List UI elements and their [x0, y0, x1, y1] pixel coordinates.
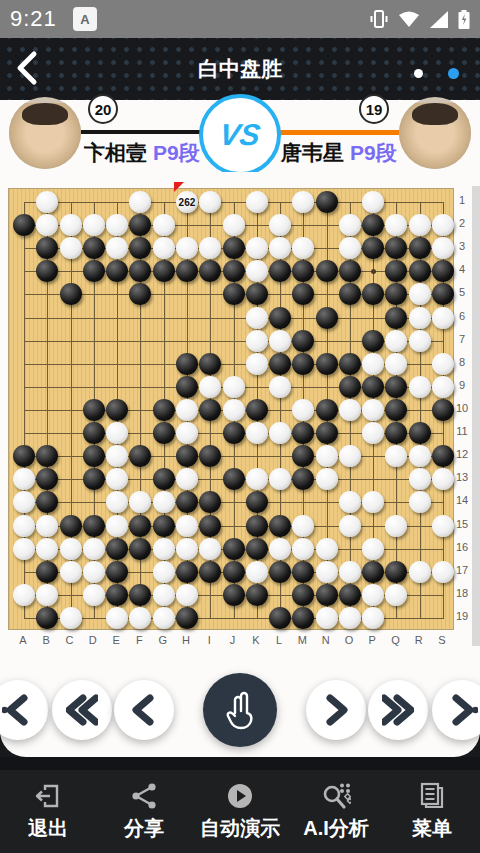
white-stone	[153, 538, 175, 560]
black-stone	[362, 330, 384, 352]
toolbar-item-5[interactable]: 菜单	[384, 781, 480, 842]
white-stone	[83, 584, 105, 606]
black-stone	[153, 399, 175, 421]
row-label: 13	[453, 471, 471, 483]
white-stone	[385, 353, 407, 375]
column-label: A	[13, 634, 33, 646]
black-stone	[432, 260, 454, 282]
black-stone	[385, 260, 407, 282]
left-name-text: 卞相壹	[84, 141, 147, 164]
toolbar-item-1[interactable]: 退出	[0, 781, 96, 842]
white-stone	[246, 561, 268, 583]
page-indicator-dot-2[interactable]	[448, 68, 459, 79]
white-stone	[106, 607, 128, 629]
black-stone	[106, 538, 128, 560]
white-stone	[409, 491, 431, 513]
fast-backward-button[interactable]	[52, 680, 112, 740]
white-stone	[246, 422, 268, 444]
white-stone	[409, 214, 431, 236]
black-stone	[339, 376, 361, 398]
toolbar-label: 分享	[124, 815, 164, 842]
white-stone	[176, 515, 198, 537]
black-stone	[176, 353, 198, 375]
white-stone	[269, 214, 291, 236]
black-stone	[292, 422, 314, 444]
white-stone	[316, 445, 338, 467]
scrollbar-track[interactable]	[472, 186, 480, 646]
white-stone	[153, 491, 175, 513]
white-stone	[269, 237, 291, 259]
column-label: I	[199, 634, 219, 646]
black-stone	[223, 422, 245, 444]
white-stone	[199, 538, 221, 560]
white-stone	[362, 399, 384, 421]
white-stone	[60, 214, 82, 236]
right-player-color-bar	[276, 130, 402, 135]
white-stone	[60, 538, 82, 560]
black-stone	[339, 584, 361, 606]
white-stone	[153, 214, 175, 236]
white-stone	[385, 515, 407, 537]
black-stone	[36, 468, 58, 490]
column-label: H	[176, 634, 196, 646]
left-player-name: 卞相壹P9段	[84, 139, 200, 167]
vibrate-icon	[369, 10, 389, 28]
white-stone	[246, 307, 268, 329]
right-player-rank: P9段	[350, 141, 397, 164]
page-indicator-dot-1[interactable]	[414, 69, 423, 78]
white-stone	[223, 399, 245, 421]
white-stone	[176, 237, 198, 259]
black-stone	[60, 283, 82, 305]
white-stone	[292, 191, 314, 213]
clock: 9:21	[10, 6, 57, 32]
autoplay-icon	[225, 781, 255, 811]
black-stone	[199, 399, 221, 421]
left-player-rank: P9段	[153, 141, 200, 164]
white-stone	[292, 399, 314, 421]
column-label: N	[316, 634, 336, 646]
black-stone	[176, 561, 198, 583]
status-icons	[369, 10, 470, 29]
black-stone	[269, 260, 291, 282]
black-stone	[362, 376, 384, 398]
step-backward-icon	[128, 693, 160, 727]
black-stone	[409, 422, 431, 444]
black-stone	[409, 260, 431, 282]
black-stone	[106, 260, 128, 282]
black-stone	[223, 538, 245, 560]
column-label: D	[83, 634, 103, 646]
black-stone	[385, 237, 407, 259]
row-label: 9	[453, 379, 471, 391]
step-forward-button[interactable]	[306, 680, 366, 740]
white-stone	[36, 538, 58, 560]
last-move-number: 262	[179, 197, 196, 208]
white-stone	[269, 422, 291, 444]
white-stone	[316, 538, 338, 560]
white-stone	[176, 399, 198, 421]
black-stone	[223, 283, 245, 305]
column-label: L	[269, 634, 289, 646]
black-stone	[223, 260, 245, 282]
white-stone	[269, 468, 291, 490]
column-label: R	[409, 634, 429, 646]
white-stone	[106, 422, 128, 444]
black-stone	[362, 237, 384, 259]
column-label: J	[223, 634, 243, 646]
black-stone	[176, 491, 198, 513]
white-stone	[385, 445, 407, 467]
go-board-zone[interactable]: 262 ABCDEFGHIJKLMNOPQRS12345678910111213…	[0, 172, 480, 664]
white-stone	[316, 468, 338, 490]
fast-forward-button[interactable]	[368, 680, 428, 740]
input-method-badge: A	[73, 7, 97, 31]
column-label: F	[129, 634, 149, 646]
white-stone	[83, 538, 105, 560]
black-stone	[129, 538, 151, 560]
white-stone	[106, 515, 128, 537]
white-stone	[385, 330, 407, 352]
black-stone	[385, 561, 407, 583]
black-stone	[339, 283, 361, 305]
white-stone	[362, 422, 384, 444]
app-screen: 9:21 A 白中盘胜 20 19 卞相	[0, 0, 480, 853]
black-stone	[292, 353, 314, 375]
right-player-name: 唐韦星P9段	[281, 139, 397, 167]
black-stone	[432, 445, 454, 467]
status-bar: 9:21 A	[0, 0, 480, 38]
row-label: 7	[453, 333, 471, 345]
hand-play-button[interactable]	[203, 673, 277, 747]
column-label: P	[362, 634, 382, 646]
white-stone	[246, 468, 268, 490]
white-stone	[83, 214, 105, 236]
black-stone	[432, 283, 454, 305]
white-stone	[362, 607, 384, 629]
black-stone	[362, 214, 384, 236]
white-stone	[36, 584, 58, 606]
black-stone	[13, 214, 35, 236]
column-label: Q	[385, 634, 405, 646]
ai-analysis-icon	[321, 781, 351, 811]
black-stone	[199, 515, 221, 537]
white-stone	[246, 330, 268, 352]
white-stone	[269, 538, 291, 560]
white-stone	[246, 191, 268, 213]
white-stone	[269, 376, 291, 398]
share-icon	[129, 781, 159, 811]
white-stone	[106, 468, 128, 490]
left-capture-count-badge: 20	[88, 94, 118, 124]
white-stone	[36, 515, 58, 537]
toolbar-item-3[interactable]: 自动演示	[192, 781, 288, 842]
white-stone	[106, 237, 128, 259]
bottom-gap	[0, 757, 480, 770]
black-stone	[292, 561, 314, 583]
black-stone	[83, 237, 105, 259]
go-board[interactable]: 262	[8, 188, 454, 630]
black-stone	[83, 399, 105, 421]
menu-icon	[417, 781, 447, 811]
white-stone	[292, 515, 314, 537]
column-label: O	[339, 634, 359, 646]
white-stone	[432, 214, 454, 236]
white-stone	[292, 538, 314, 560]
replay-controls	[0, 664, 480, 757]
white-stone	[409, 376, 431, 398]
black-stone	[269, 607, 291, 629]
white-stone	[432, 307, 454, 329]
black-stone	[316, 260, 338, 282]
white-stone	[432, 353, 454, 375]
black-stone	[83, 468, 105, 490]
white-stone	[339, 607, 361, 629]
row-label: 17	[453, 564, 471, 576]
black-stone	[199, 445, 221, 467]
white-stone	[362, 353, 384, 375]
column-label: S	[432, 634, 452, 646]
wifi-icon	[398, 11, 420, 28]
white-stone	[223, 214, 245, 236]
white-stone	[176, 584, 198, 606]
black-stone	[385, 283, 407, 305]
black-stone	[199, 353, 221, 375]
white-stone	[13, 584, 35, 606]
black-stone	[269, 515, 291, 537]
white-stone	[153, 607, 175, 629]
white-stone	[292, 237, 314, 259]
white-stone	[223, 376, 245, 398]
black-stone	[385, 376, 407, 398]
white-stone	[199, 376, 221, 398]
black-stone	[106, 584, 128, 606]
row-label: 19	[453, 610, 471, 622]
white-stone	[432, 561, 454, 583]
black-stone	[292, 468, 314, 490]
black-stone	[292, 260, 314, 282]
go-last-button[interactable]	[432, 680, 480, 740]
black-stone	[36, 491, 58, 513]
black-stone	[129, 445, 151, 467]
white-stone	[36, 214, 58, 236]
vs-badge: VS	[199, 94, 281, 176]
white-stone	[362, 538, 384, 560]
black-stone	[269, 307, 291, 329]
signal-icon	[429, 11, 449, 28]
black-stone	[129, 584, 151, 606]
white-stone	[153, 561, 175, 583]
black-stone	[223, 237, 245, 259]
black-stone	[36, 445, 58, 467]
black-stone	[292, 607, 314, 629]
black-stone	[246, 491, 268, 513]
row-label: 5	[453, 286, 471, 298]
toolbar-label: 菜单	[412, 815, 452, 842]
white-stone	[409, 283, 431, 305]
white-stone	[106, 214, 128, 236]
black-stone	[246, 399, 268, 421]
go-last-icon	[446, 693, 478, 727]
black-stone	[316, 191, 338, 213]
fast-forward-icon	[382, 693, 414, 727]
black-stone	[246, 515, 268, 537]
black-stone	[246, 283, 268, 305]
black-stone	[246, 538, 268, 560]
black-stone	[246, 584, 268, 606]
black-stone	[223, 561, 245, 583]
black-stone	[106, 399, 128, 421]
white-stone	[409, 330, 431, 352]
white-stone	[129, 191, 151, 213]
black-stone	[83, 445, 105, 467]
white-stone	[432, 468, 454, 490]
go-first-button[interactable]	[0, 680, 48, 740]
black-stone	[223, 584, 245, 606]
black-stone	[60, 515, 82, 537]
toolbar-label: 自动演示	[200, 815, 280, 842]
white-stone	[316, 607, 338, 629]
row-label: 18	[453, 587, 471, 599]
row-label: 4	[453, 263, 471, 275]
white-stone	[199, 237, 221, 259]
hand-play-icon	[222, 690, 258, 730]
right-avatar-photo	[399, 103, 471, 169]
white-stone	[339, 214, 361, 236]
black-stone	[339, 260, 361, 282]
black-stone	[432, 399, 454, 421]
column-label: B	[36, 634, 56, 646]
white-stone	[176, 468, 198, 490]
column-label: G	[153, 634, 173, 646]
black-stone	[153, 468, 175, 490]
white-stone	[13, 491, 35, 513]
row-label: 15	[453, 518, 471, 530]
battery-icon	[458, 10, 470, 29]
black-stone	[129, 283, 151, 305]
right-player-avatar[interactable]	[399, 97, 471, 169]
step-forward-icon	[320, 693, 352, 727]
white-stone	[36, 191, 58, 213]
black-stone	[292, 445, 314, 467]
column-label: C	[60, 634, 80, 646]
toolbar-item-4[interactable]: A.I分析	[288, 781, 384, 842]
white-stone: 262	[176, 191, 198, 213]
row-label: 16	[453, 541, 471, 553]
fast-backward-icon	[66, 693, 98, 727]
white-stone	[339, 445, 361, 467]
white-stone	[362, 584, 384, 606]
black-stone	[176, 376, 198, 398]
black-stone	[339, 353, 361, 375]
white-stone	[83, 561, 105, 583]
black-stone	[36, 260, 58, 282]
white-stone	[60, 607, 82, 629]
exit-icon	[33, 781, 63, 811]
black-stone	[176, 260, 198, 282]
white-stone	[362, 491, 384, 513]
black-stone	[385, 422, 407, 444]
black-stone	[362, 283, 384, 305]
row-label: 8	[453, 356, 471, 368]
black-stone	[153, 515, 175, 537]
vs-label: VS	[218, 118, 263, 152]
black-stone	[129, 237, 151, 259]
white-stone	[246, 237, 268, 259]
black-stone	[385, 399, 407, 421]
toolbar-label: A.I分析	[303, 815, 369, 842]
right-capture-count-badge: 19	[359, 94, 389, 124]
white-stone	[385, 584, 407, 606]
step-backward-button[interactable]	[114, 680, 174, 740]
row-label: 3	[453, 240, 471, 252]
white-stone	[432, 376, 454, 398]
black-stone	[223, 468, 245, 490]
white-stone	[176, 538, 198, 560]
star-point	[371, 269, 376, 274]
column-label: E	[106, 634, 126, 646]
row-label: 1	[453, 194, 471, 206]
black-stone	[129, 214, 151, 236]
white-stone	[432, 515, 454, 537]
white-stone	[409, 561, 431, 583]
white-stone	[246, 260, 268, 282]
black-stone	[292, 283, 314, 305]
bottom-toolbar: 退出 分享 自动演示 A.I分析 菜单	[0, 770, 480, 853]
toolbar-item-2[interactable]: 分享	[96, 781, 192, 842]
toolbar-label: 退出	[28, 815, 68, 842]
white-stone	[60, 237, 82, 259]
black-stone	[292, 584, 314, 606]
white-stone	[153, 584, 175, 606]
white-stone	[106, 445, 128, 467]
black-stone	[199, 260, 221, 282]
white-stone	[339, 561, 361, 583]
black-stone	[409, 237, 431, 259]
black-stone	[385, 307, 407, 329]
column-label: K	[246, 634, 266, 646]
white-stone	[153, 237, 175, 259]
row-label: 10	[453, 402, 471, 414]
black-stone	[129, 260, 151, 282]
right-name-text: 唐韦星	[281, 141, 344, 164]
white-stone	[432, 237, 454, 259]
black-stone	[36, 561, 58, 583]
black-stone	[153, 422, 175, 444]
white-stone	[60, 561, 82, 583]
black-stone	[36, 607, 58, 629]
white-stone	[106, 491, 128, 513]
left-avatar-photo	[9, 103, 81, 169]
black-stone	[129, 515, 151, 537]
row-label: 14	[453, 494, 471, 506]
white-stone	[129, 491, 151, 513]
white-stone	[385, 214, 407, 236]
black-stone	[316, 353, 338, 375]
page-title: 白中盘胜	[0, 55, 480, 83]
row-label: 12	[453, 448, 471, 460]
black-stone	[83, 422, 105, 444]
main-panel: 20 19 卞相壹P9段 唐韦星P9段 VS 262 ABCDEFGHIJKLM…	[0, 100, 480, 757]
white-stone	[339, 399, 361, 421]
black-stone	[13, 445, 35, 467]
black-stone	[199, 561, 221, 583]
black-stone	[316, 584, 338, 606]
black-stone	[36, 237, 58, 259]
white-stone	[409, 445, 431, 467]
left-player-avatar[interactable]	[9, 97, 81, 169]
white-stone	[176, 422, 198, 444]
